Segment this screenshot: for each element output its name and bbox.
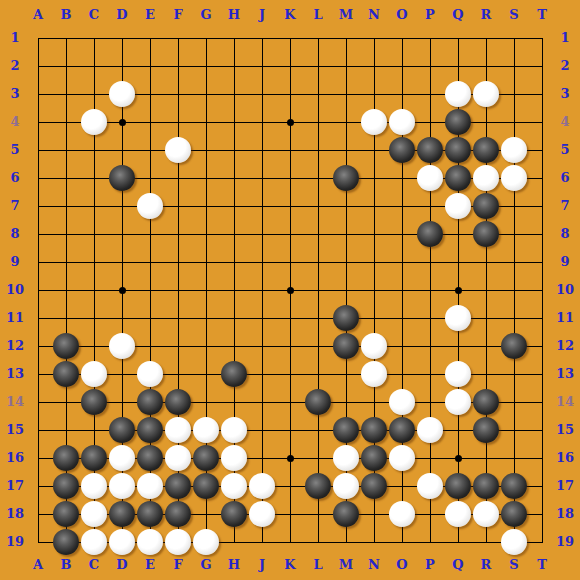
row-label-6: 6 bbox=[2, 164, 28, 192]
white-stone-O4[interactable] bbox=[389, 109, 415, 135]
col-label-L: L bbox=[304, 556, 332, 574]
black-stone-M12[interactable] bbox=[333, 333, 359, 359]
black-stone-E15[interactable] bbox=[137, 417, 163, 443]
white-stone-D16[interactable] bbox=[109, 445, 135, 471]
black-stone-R5[interactable] bbox=[473, 137, 499, 163]
white-stone-D17[interactable] bbox=[109, 473, 135, 499]
row-label-5: 5 bbox=[552, 136, 578, 164]
white-stone-Q3[interactable] bbox=[445, 81, 471, 107]
row-label-11: 11 bbox=[2, 304, 28, 332]
black-stone-P5[interactable] bbox=[417, 137, 443, 163]
white-stone-Q13[interactable] bbox=[445, 361, 471, 387]
col-label-J: J bbox=[248, 6, 276, 24]
white-stone-P17[interactable] bbox=[417, 473, 443, 499]
black-stone-G17[interactable] bbox=[193, 473, 219, 499]
row-label-19: 19 bbox=[552, 528, 578, 556]
black-stone-E16[interactable] bbox=[137, 445, 163, 471]
row-labels-right: 12345678910111213141516171819 bbox=[552, 24, 578, 556]
white-stone-E19[interactable] bbox=[137, 529, 163, 555]
col-label-R: R bbox=[472, 556, 500, 574]
row-label-18: 18 bbox=[2, 500, 28, 528]
white-stone-D12[interactable] bbox=[109, 333, 135, 359]
row-label-9: 9 bbox=[552, 248, 578, 276]
row-label-15: 15 bbox=[2, 416, 28, 444]
row-label-11: 11 bbox=[552, 304, 578, 332]
col-label-D: D bbox=[108, 6, 136, 24]
row-label-3: 3 bbox=[2, 80, 28, 108]
white-stone-S19[interactable] bbox=[501, 529, 527, 555]
white-stone-H16[interactable] bbox=[221, 445, 247, 471]
col-label-R: R bbox=[472, 6, 500, 24]
black-stone-D18[interactable] bbox=[109, 501, 135, 527]
white-stone-Q14[interactable] bbox=[445, 389, 471, 415]
white-stone-O18[interactable] bbox=[389, 501, 415, 527]
black-stone-Q5[interactable] bbox=[445, 137, 471, 163]
col-label-O: O bbox=[388, 556, 416, 574]
row-label-17: 17 bbox=[552, 472, 578, 500]
black-stone-B18[interactable] bbox=[53, 501, 79, 527]
white-stone-G19[interactable] bbox=[193, 529, 219, 555]
white-stone-O14[interactable] bbox=[389, 389, 415, 415]
black-stone-R7[interactable] bbox=[473, 193, 499, 219]
col-label-N: N bbox=[360, 6, 388, 24]
row-label-1: 1 bbox=[552, 24, 578, 52]
row-label-5: 5 bbox=[2, 136, 28, 164]
col-label-E: E bbox=[136, 556, 164, 574]
col-label-A: A bbox=[24, 6, 52, 24]
col-label-J: J bbox=[248, 556, 276, 574]
col-label-T: T bbox=[528, 6, 556, 24]
black-stone-E18[interactable] bbox=[137, 501, 163, 527]
row-label-19: 19 bbox=[2, 528, 28, 556]
white-stone-O16[interactable] bbox=[389, 445, 415, 471]
white-stone-R18[interactable] bbox=[473, 501, 499, 527]
col-label-L: L bbox=[304, 6, 332, 24]
white-stone-E13[interactable] bbox=[137, 361, 163, 387]
black-stone-G16[interactable] bbox=[193, 445, 219, 471]
row-label-7: 7 bbox=[2, 192, 28, 220]
white-stone-G15[interactable] bbox=[193, 417, 219, 443]
row-label-12: 12 bbox=[552, 332, 578, 360]
col-label-M: M bbox=[332, 6, 360, 24]
row-label-9: 9 bbox=[2, 248, 28, 276]
black-stone-N16[interactable] bbox=[361, 445, 387, 471]
black-stone-H13[interactable] bbox=[221, 361, 247, 387]
col-label-G: G bbox=[192, 6, 220, 24]
white-stone-P6[interactable] bbox=[417, 165, 443, 191]
row-label-8: 8 bbox=[2, 220, 28, 248]
white-stone-F15[interactable] bbox=[165, 417, 191, 443]
white-stone-E17[interactable] bbox=[137, 473, 163, 499]
black-stone-Q6[interactable] bbox=[445, 165, 471, 191]
row-label-1: 1 bbox=[2, 24, 28, 52]
white-stone-H17[interactable] bbox=[221, 473, 247, 499]
row-label-8: 8 bbox=[552, 220, 578, 248]
go-board: ABCDEFGHJKLMNOPQRST ABCDEFGHJKLMNOPQRST … bbox=[0, 0, 580, 580]
black-stone-O5[interactable] bbox=[389, 137, 415, 163]
col-label-H: H bbox=[220, 6, 248, 24]
white-stone-M16[interactable] bbox=[333, 445, 359, 471]
col-label-N: N bbox=[360, 556, 388, 574]
row-labels-left: 12345678910111213141516171819 bbox=[2, 24, 28, 556]
white-stone-C4[interactable] bbox=[81, 109, 107, 135]
column-labels-bottom: ABCDEFGHJKLMNOPQRST bbox=[24, 556, 556, 574]
col-label-T: T bbox=[528, 556, 556, 574]
col-label-Q: Q bbox=[444, 556, 472, 574]
row-label-10: 10 bbox=[552, 276, 578, 304]
black-stone-F18[interactable] bbox=[165, 501, 191, 527]
black-stone-Q4[interactable] bbox=[445, 109, 471, 135]
row-label-14: 14 bbox=[552, 388, 578, 416]
black-stone-M15[interactable] bbox=[333, 417, 359, 443]
white-stone-C13[interactable] bbox=[81, 361, 107, 387]
row-label-15: 15 bbox=[552, 416, 578, 444]
row-label-16: 16 bbox=[552, 444, 578, 472]
white-stone-C17[interactable] bbox=[81, 473, 107, 499]
white-stone-S6[interactable] bbox=[501, 165, 527, 191]
black-stone-S18[interactable] bbox=[501, 501, 527, 527]
row-label-7: 7 bbox=[552, 192, 578, 220]
col-label-S: S bbox=[500, 556, 528, 574]
col-label-K: K bbox=[276, 556, 304, 574]
col-label-A: A bbox=[24, 556, 52, 574]
black-stone-R8[interactable] bbox=[473, 221, 499, 247]
black-stone-M6[interactable] bbox=[333, 165, 359, 191]
white-stone-F16[interactable] bbox=[165, 445, 191, 471]
col-label-M: M bbox=[332, 556, 360, 574]
white-stone-N13[interactable] bbox=[361, 361, 387, 387]
row-label-16: 16 bbox=[2, 444, 28, 472]
black-stone-L17[interactable] bbox=[305, 473, 331, 499]
row-label-13: 13 bbox=[2, 360, 28, 388]
white-stone-S5[interactable] bbox=[501, 137, 527, 163]
row-label-18: 18 bbox=[552, 500, 578, 528]
col-label-K: K bbox=[276, 6, 304, 24]
black-stone-B17[interactable] bbox=[53, 473, 79, 499]
black-stone-D15[interactable] bbox=[109, 417, 135, 443]
row-label-17: 17 bbox=[2, 472, 28, 500]
white-stone-F5[interactable] bbox=[165, 137, 191, 163]
white-stone-R6[interactable] bbox=[473, 165, 499, 191]
stones-layer bbox=[24, 24, 556, 556]
black-stone-M18[interactable] bbox=[333, 501, 359, 527]
row-label-4: 4 bbox=[552, 108, 578, 136]
black-stone-E14[interactable] bbox=[137, 389, 163, 415]
col-label-H: H bbox=[220, 556, 248, 574]
black-stone-R15[interactable] bbox=[473, 417, 499, 443]
black-stone-B12[interactable] bbox=[53, 333, 79, 359]
black-stone-C14[interactable] bbox=[81, 389, 107, 415]
black-stone-S17[interactable] bbox=[501, 473, 527, 499]
black-stone-H18[interactable] bbox=[221, 501, 247, 527]
black-stone-P8[interactable] bbox=[417, 221, 443, 247]
black-stone-F17[interactable] bbox=[165, 473, 191, 499]
white-stone-P15[interactable] bbox=[417, 417, 443, 443]
column-labels-top: ABCDEFGHJKLMNOPQRST bbox=[24, 6, 556, 24]
col-label-G: G bbox=[192, 556, 220, 574]
black-stone-F14[interactable] bbox=[165, 389, 191, 415]
col-label-O: O bbox=[388, 6, 416, 24]
white-stone-F19[interactable] bbox=[165, 529, 191, 555]
black-stone-N17[interactable] bbox=[361, 473, 387, 499]
col-label-D: D bbox=[108, 556, 136, 574]
white-stone-Q18[interactable] bbox=[445, 501, 471, 527]
white-stone-Q7[interactable] bbox=[445, 193, 471, 219]
black-stone-D6[interactable] bbox=[109, 165, 135, 191]
col-label-C: C bbox=[80, 6, 108, 24]
black-stone-L14[interactable] bbox=[305, 389, 331, 415]
black-stone-C16[interactable] bbox=[81, 445, 107, 471]
col-label-F: F bbox=[164, 6, 192, 24]
row-label-14: 14 bbox=[2, 388, 28, 416]
row-label-6: 6 bbox=[552, 164, 578, 192]
white-stone-C19[interactable] bbox=[81, 529, 107, 555]
white-stone-N4[interactable] bbox=[361, 109, 387, 135]
black-stone-S12[interactable] bbox=[501, 333, 527, 359]
white-stone-D3[interactable] bbox=[109, 81, 135, 107]
col-label-B: B bbox=[52, 6, 80, 24]
black-stone-B13[interactable] bbox=[53, 361, 79, 387]
black-stone-N15[interactable] bbox=[361, 417, 387, 443]
col-label-C: C bbox=[80, 556, 108, 574]
white-stone-E7[interactable] bbox=[137, 193, 163, 219]
white-stone-H15[interactable] bbox=[221, 417, 247, 443]
white-stone-N12[interactable] bbox=[361, 333, 387, 359]
row-label-4: 4 bbox=[2, 108, 28, 136]
col-label-F: F bbox=[164, 556, 192, 574]
white-stone-M17[interactable] bbox=[333, 473, 359, 499]
row-label-10: 10 bbox=[2, 276, 28, 304]
col-label-E: E bbox=[136, 6, 164, 24]
white-stone-J18[interactable] bbox=[249, 501, 275, 527]
col-label-Q: Q bbox=[444, 6, 472, 24]
black-stone-B19[interactable] bbox=[53, 529, 79, 555]
black-stone-M11[interactable] bbox=[333, 305, 359, 331]
white-stone-Q11[interactable] bbox=[445, 305, 471, 331]
black-stone-O15[interactable] bbox=[389, 417, 415, 443]
col-label-B: B bbox=[52, 556, 80, 574]
row-label-3: 3 bbox=[552, 80, 578, 108]
black-stone-R14[interactable] bbox=[473, 389, 499, 415]
col-label-P: P bbox=[416, 556, 444, 574]
black-stone-R17[interactable] bbox=[473, 473, 499, 499]
white-stone-D19[interactable] bbox=[109, 529, 135, 555]
col-label-P: P bbox=[416, 6, 444, 24]
row-label-12: 12 bbox=[2, 332, 28, 360]
row-label-2: 2 bbox=[552, 52, 578, 80]
row-label-13: 13 bbox=[552, 360, 578, 388]
black-stone-Q17[interactable] bbox=[445, 473, 471, 499]
white-stone-R3[interactable] bbox=[473, 81, 499, 107]
white-stone-J17[interactable] bbox=[249, 473, 275, 499]
white-stone-C18[interactable] bbox=[81, 501, 107, 527]
black-stone-B16[interactable] bbox=[53, 445, 79, 471]
row-label-2: 2 bbox=[2, 52, 28, 80]
col-label-S: S bbox=[500, 6, 528, 24]
